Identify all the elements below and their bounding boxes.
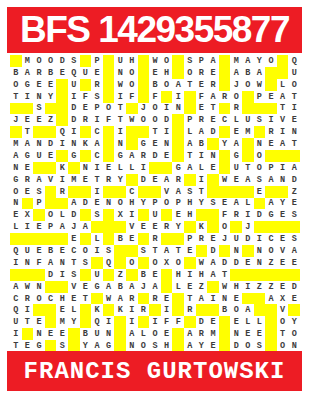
blocked-cell — [103, 186, 115, 198]
letter-cell: I — [277, 126, 289, 138]
letter-cell: H — [56, 293, 68, 305]
letter-cell: I — [126, 209, 138, 221]
blocked-cell — [45, 198, 57, 210]
letter-cell: T — [277, 328, 289, 340]
letter-cell: P — [172, 198, 184, 210]
blocked-cell — [45, 162, 57, 174]
letter-cell: M — [22, 55, 34, 67]
letter-cell: R — [207, 79, 219, 91]
letter-cell: B — [114, 233, 126, 245]
letter-cell: C — [45, 293, 57, 305]
letter-cell: A — [22, 138, 34, 150]
blocked-cell — [184, 174, 196, 186]
letter-cell: U — [288, 67, 300, 79]
letter-cell: Z — [114, 269, 126, 281]
letter-cell: T — [10, 91, 22, 103]
letter-cell: A — [149, 281, 161, 293]
letter-cell: A — [277, 91, 289, 103]
letter-cell: W — [149, 55, 161, 67]
blocked-cell — [219, 79, 231, 91]
letter-cell: E — [56, 67, 68, 79]
blocked-cell — [33, 162, 45, 174]
letter-cell: F — [196, 91, 208, 103]
letter-cell: D — [161, 114, 173, 126]
letter-cell: Y — [138, 198, 150, 210]
letter-cell: Y — [219, 138, 231, 150]
blocked-cell — [80, 79, 92, 91]
letter-cell: L — [230, 114, 242, 126]
letter-cell: F — [33, 257, 45, 269]
letter-cell: E — [265, 91, 277, 103]
letter-cell: U — [114, 55, 126, 67]
letter-cell: N — [161, 138, 173, 150]
letter-cell: S — [68, 269, 80, 281]
blocked-cell — [196, 245, 208, 257]
blocked-cell — [254, 198, 266, 210]
letter-cell: N — [254, 245, 266, 257]
letter-cell: R — [161, 221, 173, 233]
letter-cell: Q — [288, 55, 300, 67]
letter-cell: O — [45, 55, 57, 67]
letter-cell: I — [10, 328, 22, 340]
letter-cell: E — [172, 209, 184, 221]
letter-cell: N — [33, 328, 45, 340]
letter-cell: P — [91, 103, 103, 115]
letter-cell: D — [288, 174, 300, 186]
letter-cell: E — [68, 233, 80, 245]
letter-cell: E — [33, 79, 45, 91]
blocked-cell — [80, 55, 92, 67]
letter-cell: G — [68, 150, 80, 162]
blocked-cell — [265, 316, 277, 328]
letter-cell: U — [91, 269, 103, 281]
letter-cell: D — [68, 209, 80, 221]
letter-cell: O — [10, 186, 22, 198]
letter-cell: S — [184, 55, 196, 67]
letter-cell: A — [114, 293, 126, 305]
letter-cell: O — [254, 162, 266, 174]
letter-cell: I — [10, 257, 22, 269]
letter-cell: L — [172, 281, 184, 293]
blocked-cell — [56, 91, 68, 103]
letter-cell: C — [10, 293, 22, 305]
letter-cell: I — [277, 162, 289, 174]
letter-cell: A — [80, 221, 92, 233]
letter-cell: T — [196, 186, 208, 198]
letter-cell: R — [196, 233, 208, 245]
blocked-cell — [80, 150, 92, 162]
letter-cell: U — [68, 79, 80, 91]
letter-cell: N — [114, 138, 126, 150]
blocked-cell — [265, 67, 277, 79]
letter-cell: R — [184, 304, 196, 316]
letter-cell: G — [10, 174, 22, 186]
letter-cell: Z — [265, 281, 277, 293]
letter-cell: E — [254, 328, 266, 340]
letter-cell: E — [33, 316, 45, 328]
blocked-cell — [161, 269, 173, 281]
letter-cell: E — [230, 174, 242, 186]
letter-cell: I — [265, 114, 277, 126]
letter-cell: S — [80, 257, 92, 269]
letter-cell: I — [196, 174, 208, 186]
letter-cell: W — [22, 281, 34, 293]
letter-cell: N — [103, 198, 115, 210]
blocked-cell — [10, 55, 22, 67]
letter-cell: E — [196, 79, 208, 91]
letter-cell: R — [138, 304, 150, 316]
blocked-cell — [33, 269, 45, 281]
blocked-cell — [207, 186, 219, 198]
letter-cell: E — [230, 126, 242, 138]
letter-cell: U — [91, 328, 103, 340]
letter-cell: A — [56, 221, 68, 233]
letter-cell: W — [219, 174, 231, 186]
letter-cell: F — [161, 316, 173, 328]
letter-cell: E — [161, 328, 173, 340]
letter-cell: O — [230, 91, 242, 103]
letter-cell: E — [149, 174, 161, 186]
letter-cell: R — [91, 79, 103, 91]
letter-cell: L — [126, 162, 138, 174]
letter-cell: N — [172, 103, 184, 115]
letter-cell: N — [288, 126, 300, 138]
letter-cell: B — [114, 281, 126, 293]
letter-cell: L — [184, 126, 196, 138]
letter-cell: N — [114, 67, 126, 79]
blocked-cell — [114, 221, 126, 233]
blocked-cell — [103, 79, 115, 91]
letter-cell: H — [184, 198, 196, 210]
blocked-cell — [219, 186, 231, 198]
letter-cell: E — [277, 281, 289, 293]
letter-cell: Z — [288, 186, 300, 198]
letter-cell: M — [207, 328, 219, 340]
letter-cell: O — [126, 79, 138, 91]
blocked-cell — [103, 138, 115, 150]
blocked-cell — [161, 91, 173, 103]
letter-cell: D — [56, 55, 68, 67]
blocked-cell — [254, 221, 266, 233]
title-banner: BFS 1429355877 — [7, 7, 302, 53]
blocked-cell — [161, 281, 173, 293]
letter-cell: M — [68, 174, 80, 186]
letter-cell: E — [219, 198, 231, 210]
letter-cell: A — [172, 186, 184, 198]
letter-cell: E — [161, 293, 173, 305]
letter-cell: F — [103, 114, 115, 126]
letter-cell: Q — [68, 67, 80, 79]
letter-cell: R — [80, 114, 92, 126]
letter-cell: A — [91, 138, 103, 150]
blocked-cell — [33, 304, 45, 316]
letter-cell: E — [10, 209, 22, 221]
letter-cell: I — [149, 316, 161, 328]
blocked-cell — [230, 186, 242, 198]
letter-cell: U — [149, 209, 161, 221]
letter-cell: W — [254, 79, 266, 91]
letter-cell: I — [126, 316, 138, 328]
letter-cell: O — [126, 257, 138, 269]
blocked-cell — [254, 304, 266, 316]
letter-cell: T — [22, 316, 34, 328]
blocked-cell — [277, 269, 289, 281]
letter-cell: P — [254, 91, 266, 103]
letter-cell: E — [207, 114, 219, 126]
blocked-cell — [207, 209, 219, 221]
blocked-cell — [56, 150, 68, 162]
blocked-cell — [219, 150, 231, 162]
letter-cell: Y — [196, 198, 208, 210]
letter-cell: E — [80, 174, 92, 186]
letter-cell: N — [219, 293, 231, 305]
letter-cell: I — [196, 150, 208, 162]
letter-cell: O — [149, 328, 161, 340]
letter-cell: Y — [114, 174, 126, 186]
letter-cell: O — [149, 114, 161, 126]
blocked-cell — [265, 269, 277, 281]
letter-cell: A — [184, 162, 196, 174]
letter-cell: E — [254, 186, 266, 198]
letter-cell: H — [230, 281, 242, 293]
blocked-cell — [80, 316, 92, 328]
letter-cell: E — [91, 198, 103, 210]
letter-cell: N — [68, 138, 80, 150]
letter-cell: E — [207, 162, 219, 174]
letter-cell: X — [114, 209, 126, 221]
letter-cell: F — [126, 91, 138, 103]
letter-cell: O — [265, 55, 277, 67]
letter-cell: T — [114, 114, 126, 126]
letter-cell: E — [22, 186, 34, 198]
blocked-cell — [138, 233, 150, 245]
letter-cell: N — [22, 257, 34, 269]
letter-cell: J — [10, 114, 22, 126]
letter-cell: E — [196, 103, 208, 115]
letter-cell: T — [219, 269, 231, 281]
letter-cell: I — [172, 91, 184, 103]
letter-cell: T — [184, 79, 196, 91]
letter-cell: A — [126, 150, 138, 162]
blocked-cell — [80, 233, 92, 245]
letter-cell: L — [196, 162, 208, 174]
letter-cell: J — [68, 221, 80, 233]
letter-cell: S — [33, 103, 45, 115]
letter-cell: O — [172, 257, 184, 269]
blocked-cell — [91, 293, 103, 305]
letter-cell: I — [242, 281, 254, 293]
letter-cell: T — [207, 103, 219, 115]
letter-cell: S — [288, 209, 300, 221]
letter-cell: E — [149, 269, 161, 281]
letter-cell: R — [219, 91, 231, 103]
letter-cell: E — [80, 103, 92, 115]
letter-cell: I — [207, 293, 219, 305]
blocked-cell — [91, 221, 103, 233]
letter-cell: E — [184, 281, 196, 293]
letter-cell: I — [254, 233, 266, 245]
letter-cell: S — [103, 245, 115, 257]
letter-cell: L — [68, 304, 80, 316]
letter-cell: J — [230, 79, 242, 91]
letter-cell: E — [149, 221, 161, 233]
blocked-cell — [149, 186, 161, 198]
letter-cell: X — [277, 293, 289, 305]
letter-cell: I — [68, 91, 80, 103]
letter-cell: R — [22, 174, 34, 186]
letter-cell: N — [33, 91, 45, 103]
blocked-cell — [68, 328, 80, 340]
letter-cell: R — [149, 233, 161, 245]
blocked-cell — [91, 257, 103, 269]
letter-cell: O — [161, 55, 173, 67]
blocked-cell — [230, 221, 242, 233]
blocked-cell — [103, 209, 115, 221]
blocked-cell — [33, 126, 45, 138]
letter-cell: A — [196, 293, 208, 305]
letter-cell: R — [172, 174, 184, 186]
blocked-cell — [138, 55, 150, 67]
letter-cell: T — [172, 245, 184, 257]
letter-cell: T — [91, 174, 103, 186]
blocked-cell — [242, 103, 254, 115]
letter-cell: R — [126, 293, 138, 305]
letter-cell: I — [103, 316, 115, 328]
letter-cell: I — [22, 221, 34, 233]
letter-cell: L — [138, 328, 150, 340]
letter-cell: E — [230, 293, 242, 305]
blocked-cell — [126, 138, 138, 150]
letter-cell: Y — [68, 316, 80, 328]
letter-cell: M — [242, 126, 254, 138]
letter-cell: V — [68, 281, 80, 293]
blocked-cell — [288, 304, 300, 316]
blocked-cell — [219, 55, 231, 67]
letter-cell: N — [277, 174, 289, 186]
letter-cell: V — [126, 221, 138, 233]
letter-cell: U — [10, 316, 22, 328]
letter-cell: F — [149, 91, 161, 103]
blocked-cell — [172, 304, 184, 316]
letter-cell: E — [277, 257, 289, 269]
blocked-cell — [172, 293, 184, 305]
letter-cell: W — [126, 114, 138, 126]
letter-cell: I — [288, 103, 300, 115]
letter-cell: G — [22, 79, 34, 91]
letter-cell: B — [10, 67, 22, 79]
letter-cell: E — [207, 316, 219, 328]
letter-cell: G — [138, 138, 150, 150]
letter-cell: D — [288, 281, 300, 293]
letter-cell: H — [196, 269, 208, 281]
blocked-cell — [149, 304, 161, 316]
blocked-cell — [10, 126, 22, 138]
letter-cell: I — [138, 162, 150, 174]
blocked-cell — [80, 186, 92, 198]
blocked-cell — [10, 269, 22, 281]
letter-cell: A — [196, 126, 208, 138]
letter-cell: D — [219, 257, 231, 269]
letter-cell: Q — [91, 316, 103, 328]
letter-cell: O — [126, 67, 138, 79]
blocked-cell — [277, 55, 289, 67]
letter-cell: E — [149, 138, 161, 150]
blocked-cell — [68, 162, 80, 174]
letter-cell: E — [33, 221, 45, 233]
blocked-cell — [80, 126, 92, 138]
letter-cell: O — [80, 245, 92, 257]
letter-cell: U — [230, 233, 242, 245]
letter-cell: P — [149, 198, 161, 210]
letter-cell: J — [138, 103, 150, 115]
blocked-cell — [277, 150, 289, 162]
letter-cell: C — [91, 150, 103, 162]
letter-cell: O — [114, 198, 126, 210]
letter-cell: R — [265, 126, 277, 138]
letter-cell: F — [219, 209, 231, 221]
letter-cell: Z — [45, 114, 57, 126]
blocked-cell — [207, 138, 219, 150]
letter-cell: P — [184, 114, 196, 126]
letter-cell: G — [91, 281, 103, 293]
letter-cell: Q — [56, 126, 68, 138]
letter-cell: T — [114, 103, 126, 115]
letter-cell: N — [230, 328, 242, 340]
blocked-cell — [103, 91, 115, 103]
blocked-cell — [80, 304, 92, 316]
letter-cell: H — [172, 269, 184, 281]
letter-cell: N — [33, 281, 45, 293]
letter-cell: R — [196, 114, 208, 126]
letter-cell: N — [207, 150, 219, 162]
letter-cell: S — [68, 55, 80, 67]
blocked-cell — [22, 103, 34, 115]
blocked-cell — [277, 186, 289, 198]
letter-cell: E — [22, 114, 34, 126]
letter-cell: P — [91, 55, 103, 67]
letter-cell: E — [56, 328, 68, 340]
letter-cell: A — [207, 269, 219, 281]
letter-cell: O — [288, 328, 300, 340]
blocked-cell — [56, 281, 68, 293]
blocked-cell — [10, 103, 22, 115]
blocked-cell — [161, 209, 173, 221]
letter-cell: A — [230, 67, 242, 79]
blocked-cell — [126, 174, 138, 186]
blocked-cell — [242, 293, 254, 305]
letter-cell: N — [10, 198, 22, 210]
letter-cell: D — [207, 126, 219, 138]
letter-cell: I — [56, 269, 68, 281]
letter-cell: I — [22, 91, 34, 103]
letter-cell: O — [254, 150, 266, 162]
blocked-cell — [172, 138, 184, 150]
letter-cell: W — [114, 79, 126, 91]
letter-cell: A — [161, 174, 173, 186]
letter-cell: S — [288, 233, 300, 245]
letter-cell: N — [33, 138, 45, 150]
letter-cell: E — [33, 114, 45, 126]
letter-cell: A — [230, 138, 242, 150]
letter-cell: O — [33, 293, 45, 305]
blocked-cell — [219, 67, 231, 79]
letter-cell: Z — [196, 281, 208, 293]
blocked-cell — [219, 103, 231, 115]
letter-cell: N — [10, 162, 22, 174]
letter-cell: Y — [277, 198, 289, 210]
blocked-cell — [80, 209, 92, 221]
blocked-cell — [172, 126, 184, 138]
